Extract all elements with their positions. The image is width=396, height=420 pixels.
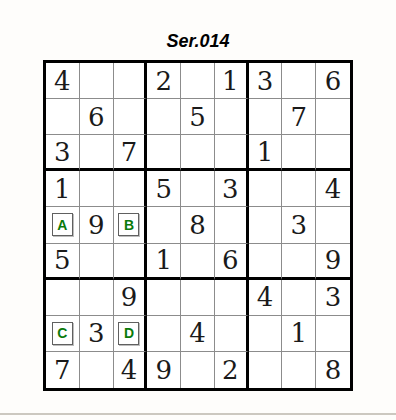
cell-r9c6: 2 (215, 352, 249, 388)
cell-r1c3 (114, 63, 148, 99)
cell-r5c7 (249, 207, 283, 243)
sudoku-page: Ser.014 421366573711534A9B835169943C3D41… (0, 0, 396, 420)
cell-r5c2: 9 (80, 207, 114, 243)
cell-r5c4 (147, 207, 181, 243)
cell-r7c5 (181, 280, 215, 316)
cell-r9c8 (282, 352, 316, 388)
cell-r3c5 (181, 135, 215, 171)
cell-r8c9 (316, 316, 350, 352)
cell-r6c1: 5 (46, 244, 80, 280)
cell-r2c8: 7 (282, 99, 316, 135)
bottom-divider (0, 413, 396, 415)
cell-r7c1 (46, 280, 80, 316)
cell-r1c4: 2 (147, 63, 181, 99)
cell-r3c1: 3 (46, 135, 80, 171)
cell-r7c7: 4 (249, 280, 283, 316)
cell-r2c4 (147, 99, 181, 135)
cell-r4c5 (181, 171, 215, 207)
cell-r6c5 (181, 244, 215, 280)
cell-r9c9: 8 (316, 352, 350, 388)
cell-r7c3: 9 (114, 280, 148, 316)
cell-r1c5 (181, 63, 215, 99)
cell-r1c8 (282, 63, 316, 99)
cell-r8c1: C (46, 316, 80, 352)
cell-r5c5: 8 (181, 207, 215, 243)
cell-r8c7 (249, 316, 283, 352)
cell-r1c6: 1 (215, 63, 249, 99)
cell-r5c8: 3 (282, 207, 316, 243)
cell-r6c7 (249, 244, 283, 280)
cell-r5c3: B (114, 207, 148, 243)
cell-r1c7: 3 (249, 63, 283, 99)
cell-r4c6: 3 (215, 171, 249, 207)
cell-r1c2 (80, 63, 114, 99)
cell-r1c9: 6 (316, 63, 350, 99)
cell-r3c3: 7 (114, 135, 148, 171)
cell-r8c5: 4 (181, 316, 215, 352)
cell-r2c7 (249, 99, 283, 135)
cell-r8c6 (215, 316, 249, 352)
cell-r9c3: 4 (114, 352, 148, 388)
answer-box-B[interactable]: B (118, 213, 139, 236)
cell-r3c7: 1 (249, 135, 283, 171)
cell-r7c2 (80, 280, 114, 316)
puzzle-title: Ser.014 (0, 31, 396, 52)
cell-r5c1: A (46, 207, 80, 243)
cell-r8c4 (147, 316, 181, 352)
cell-r5c6 (215, 207, 249, 243)
cell-r9c5 (181, 352, 215, 388)
cell-r7c4 (147, 280, 181, 316)
cell-r6c6: 6 (215, 244, 249, 280)
cell-r9c1: 7 (46, 352, 80, 388)
cell-r2c6 (215, 99, 249, 135)
cell-r4c3 (114, 171, 148, 207)
cell-r9c4: 9 (147, 352, 181, 388)
answer-box-C[interactable]: C (52, 322, 73, 345)
cell-r7c9: 3 (316, 280, 350, 316)
cell-r2c2: 6 (80, 99, 114, 135)
cell-r7c8 (282, 280, 316, 316)
cell-r8c3: D (114, 316, 148, 352)
cell-r2c1 (46, 99, 80, 135)
answer-box-D[interactable]: D (118, 322, 139, 345)
cell-r1c1: 4 (46, 63, 80, 99)
cell-r4c8 (282, 171, 316, 207)
cell-r3c9 (316, 135, 350, 171)
cell-r8c8: 1 (282, 316, 316, 352)
cell-r2c9 (316, 99, 350, 135)
cell-r4c7 (249, 171, 283, 207)
cell-r4c2 (80, 171, 114, 207)
cell-r6c8 (282, 244, 316, 280)
cell-r8c2: 3 (80, 316, 114, 352)
cell-r7c6 (215, 280, 249, 316)
cell-r3c8 (282, 135, 316, 171)
cell-r4c4: 5 (147, 171, 181, 207)
cell-r6c3 (114, 244, 148, 280)
cell-r3c2 (80, 135, 114, 171)
cell-r3c6 (215, 135, 249, 171)
cell-r3c4 (147, 135, 181, 171)
cell-r9c2 (80, 352, 114, 388)
sudoku-board: 421366573711534A9B835169943C3D4174928 (43, 60, 353, 391)
cell-r2c3 (114, 99, 148, 135)
cell-r9c7 (249, 352, 283, 388)
cell-r6c4: 1 (147, 244, 181, 280)
cell-r6c2 (80, 244, 114, 280)
cell-r5c9 (316, 207, 350, 243)
cell-r4c9: 4 (316, 171, 350, 207)
cell-r6c9: 9 (316, 244, 350, 280)
cell-r2c5: 5 (181, 99, 215, 135)
answer-box-A[interactable]: A (52, 213, 73, 236)
cell-r4c1: 1 (46, 171, 80, 207)
